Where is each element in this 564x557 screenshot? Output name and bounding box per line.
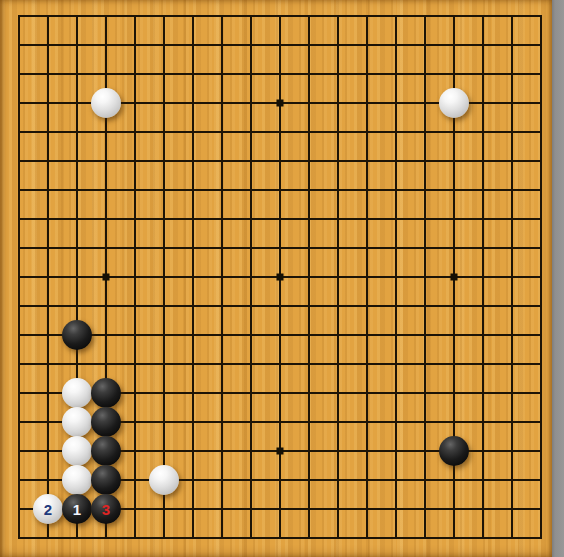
move-number-label: 1 xyxy=(73,502,81,517)
stone-black-c2[interactable]: 1 xyxy=(62,494,92,524)
stone-black-c8[interactable] xyxy=(62,320,92,350)
star-point-icon xyxy=(277,274,284,281)
move-number-label: 2 xyxy=(44,502,52,517)
stone-black-d2[interactable]: 3 xyxy=(91,494,121,524)
star-point-icon xyxy=(277,448,284,455)
stone-white-b2[interactable]: 2 xyxy=(33,494,63,524)
stone-black-d3[interactable] xyxy=(91,465,121,495)
stone-black-d6[interactable] xyxy=(91,378,121,408)
stone-black-d4[interactable] xyxy=(91,436,121,466)
star-point-icon xyxy=(103,274,110,281)
stone-white-d16[interactable] xyxy=(91,88,121,118)
go-board[interactable]: 213 xyxy=(0,0,552,557)
move-number-label: 3 xyxy=(102,502,110,517)
stone-black-d5[interactable] xyxy=(91,407,121,437)
stone-black-q4[interactable] xyxy=(439,436,469,466)
window-background xyxy=(552,0,564,557)
stone-white-q16[interactable] xyxy=(439,88,469,118)
stone-white-c6[interactable] xyxy=(62,378,92,408)
star-point-icon xyxy=(451,274,458,281)
go-app-window: 213 xyxy=(0,0,564,557)
stone-white-c3[interactable] xyxy=(62,465,92,495)
star-point-icon xyxy=(277,100,284,107)
stone-white-c5[interactable] xyxy=(62,407,92,437)
stone-white-f3[interactable] xyxy=(149,465,179,495)
stone-white-c4[interactable] xyxy=(62,436,92,466)
